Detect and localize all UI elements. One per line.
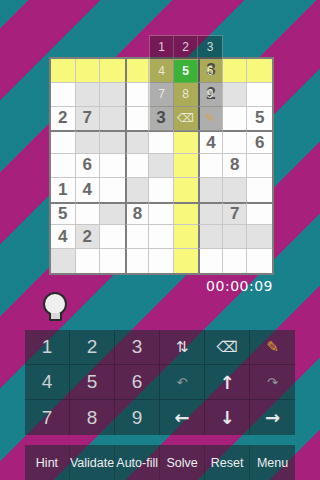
cell-R9C3[interactable] — [100, 249, 125, 273]
cell-R6C2[interactable]: 4 — [76, 178, 101, 202]
cell-R5C8[interactable]: 8 — [223, 154, 248, 178]
key-arrow-up-icon-glyph: ↑ — [219, 372, 234, 393]
given-digit: 2 — [83, 227, 92, 247]
cell-R5C2[interactable]: 6 — [76, 154, 101, 178]
cell-R8C6[interactable] — [174, 225, 199, 249]
key-arrow-down-icon[interactable]: ↓ — [205, 400, 250, 435]
key-1[interactable]: 1 — [25, 330, 70, 365]
cell-R9C1[interactable] — [51, 249, 76, 273]
cell-R1C4[interactable] — [125, 59, 150, 83]
cell-R5C3[interactable] — [100, 154, 125, 178]
bulb-base — [49, 313, 62, 321]
given-digit: 8 — [133, 204, 142, 224]
toolbar: HintValidateAuto-fillSolveResetMenu — [25, 445, 295, 480]
popup-digit-4[interactable]: 4 — [150, 60, 174, 84]
key-pencil-icon-glyph: ✎ — [266, 338, 279, 356]
key-6[interactable]: 6 — [115, 365, 160, 400]
key-5-glyph: 5 — [87, 371, 98, 393]
key-3[interactable]: 3 — [115, 330, 160, 365]
cell-R3C3[interactable] — [100, 107, 125, 131]
number-popup: 123456789⌫✎ — [149, 35, 223, 131]
key-undo-icon-glyph: ↶ — [177, 375, 188, 390]
keypad-grid: 123⇅⌫✎456↶↑↷789←↓→ — [25, 330, 295, 435]
cell-R6C6[interactable] — [174, 178, 199, 202]
key-swap-vertical-icon-glyph: ⇅ — [176, 338, 189, 356]
popup-pencil-icon[interactable]: ✎ — [198, 107, 222, 131]
cell-R2C9[interactable] — [247, 83, 272, 107]
cell-R7C5[interactable] — [149, 202, 174, 226]
key-2-glyph: 2 — [87, 336, 98, 358]
cell-R3C8[interactable] — [223, 107, 248, 131]
cell-R8C8[interactable] — [223, 225, 248, 249]
cell-R9C8[interactable] — [223, 249, 248, 273]
cell-R7C4[interactable]: 8 — [125, 202, 150, 226]
key-3-glyph: 3 — [132, 336, 143, 358]
cell-R3C2[interactable]: 7 — [76, 107, 101, 131]
cell-R1C3[interactable] — [100, 59, 125, 83]
popup-backspace-icon[interactable]: ⌫ — [174, 107, 198, 131]
cell-R9C5[interactable] — [149, 249, 174, 273]
key-redo-icon-glyph: ↷ — [267, 375, 278, 390]
popup-digit-7[interactable]: 7 — [150, 83, 174, 107]
popup-digit-5[interactable]: 5 — [174, 60, 198, 84]
cell-R7C9[interactable] — [247, 202, 272, 226]
cell-R1C9[interactable] — [247, 59, 272, 83]
cell-R8C4[interactable] — [125, 225, 150, 249]
toolbar-menu-button[interactable]: Menu — [250, 445, 295, 480]
given-digit: 1 — [58, 180, 67, 200]
cell-R4C8[interactable] — [223, 130, 248, 154]
app-background: 32273546681458742 123456789⌫✎ 00:00:09 1… — [0, 0, 320, 480]
given-digit: 7 — [83, 108, 92, 128]
cell-R6C5[interactable] — [149, 178, 174, 202]
cell-R2C2[interactable] — [76, 83, 101, 107]
cell-R3C4[interactable] — [125, 107, 150, 131]
cell-R7C2[interactable] — [76, 202, 101, 226]
popup-digit-9[interactable]: 9 — [198, 83, 222, 107]
cell-R7C6[interactable] — [174, 202, 199, 226]
given-digit: 4 — [206, 133, 215, 153]
key-arrow-right-icon[interactable]: → — [250, 400, 295, 435]
popup-digit-6[interactable]: 6 — [198, 60, 222, 84]
cell-R4C1[interactable] — [51, 130, 76, 154]
popup-digit-1[interactable]: 1 — [150, 36, 174, 60]
cell-R6C9[interactable] — [247, 178, 272, 202]
cell-R4C4[interactable] — [125, 130, 150, 154]
given-digit: 4 — [58, 227, 67, 247]
key-5[interactable]: 5 — [70, 365, 115, 400]
hint-bulb-icon[interactable] — [42, 292, 68, 321]
key-8[interactable]: 8 — [70, 400, 115, 435]
cell-R1C8[interactable] — [223, 59, 248, 83]
cell-R5C7[interactable] — [198, 154, 223, 178]
cell-R9C7[interactable] — [198, 249, 223, 273]
cell-R6C4[interactable] — [125, 178, 150, 202]
key-pencil-icon[interactable]: ✎ — [250, 330, 295, 365]
cell-R7C3[interactable] — [100, 202, 125, 226]
cell-R8C1[interactable]: 4 — [51, 225, 76, 249]
cell-R8C2[interactable]: 2 — [76, 225, 101, 249]
key-redo-icon[interactable]: ↷ — [250, 365, 295, 400]
given-digit: 5 — [255, 108, 264, 128]
given-digit: 6 — [83, 155, 92, 175]
given-digit: 5 — [58, 204, 67, 224]
cell-R4C9[interactable]: 6 — [247, 130, 272, 154]
cell-R4C3[interactable] — [100, 130, 125, 154]
cell-R8C9[interactable] — [247, 225, 272, 249]
toolbar-autofill-button[interactable]: Auto-fill — [115, 445, 160, 480]
cell-R9C9[interactable] — [247, 249, 272, 273]
given-digit: 8 — [230, 155, 239, 175]
cell-R9C4[interactable] — [125, 249, 150, 273]
cell-R4C5[interactable] — [149, 130, 174, 154]
toolbar-hint-button[interactable]: Hint — [25, 445, 70, 480]
cell-R8C5[interactable] — [149, 225, 174, 249]
popup-digit-3[interactable]: 3 — [198, 36, 222, 60]
given-digit: 4 — [83, 180, 92, 200]
key-6-glyph: 6 — [132, 371, 143, 393]
cell-R3C1[interactable]: 2 — [51, 107, 76, 131]
cell-R5C4[interactable] — [125, 154, 150, 178]
cell-R1C2[interactable] — [76, 59, 101, 83]
key-4-glyph: 4 — [42, 371, 53, 393]
popup-blank[interactable] — [150, 107, 174, 131]
given-digit: 2 — [58, 108, 67, 128]
cell-R5C5[interactable] — [149, 154, 174, 178]
cell-R5C1[interactable] — [51, 154, 76, 178]
toolbar-reset-button[interactable]: Reset — [205, 445, 250, 480]
key-8-glyph: 8 — [87, 407, 98, 429]
cell-R6C7[interactable] — [198, 178, 223, 202]
cell-R1C1[interactable] — [51, 59, 76, 83]
cell-R6C1[interactable]: 1 — [51, 178, 76, 202]
cell-R9C6[interactable] — [174, 249, 199, 273]
timer: 00:00:09 — [206, 278, 273, 294]
cell-R5C6[interactable] — [174, 154, 199, 178]
cell-R7C7[interactable] — [198, 202, 223, 226]
key-7[interactable]: 7 — [25, 400, 70, 435]
key-arrow-down-icon-glyph: ↓ — [219, 407, 234, 428]
key-9-glyph: 9 — [132, 407, 143, 429]
given-digit: 6 — [255, 133, 264, 153]
toolbar-solve-button[interactable]: Solve — [160, 445, 205, 480]
toolbar-validate-button[interactable]: Validate — [70, 445, 115, 480]
key-1-glyph: 1 — [42, 336, 53, 358]
cell-R7C1[interactable]: 5 — [51, 202, 76, 226]
cell-R8C7[interactable] — [198, 225, 223, 249]
key-4[interactable]: 4 — [25, 365, 70, 400]
cell-R2C8[interactable] — [223, 83, 248, 107]
cell-R2C4[interactable] — [125, 83, 150, 107]
cell-R8C3[interactable] — [100, 225, 125, 249]
popup-digit-2[interactable]: 2 — [174, 36, 198, 60]
key-arrow-left-icon-glyph: ← — [174, 407, 189, 428]
cell-R7C8[interactable]: 7 — [223, 202, 248, 226]
key-undo-icon[interactable]: ↶ — [160, 365, 205, 400]
key-7-glyph: 7 — [42, 407, 53, 429]
cell-R9C2[interactable] — [76, 249, 101, 273]
popup-digit-8[interactable]: 8 — [174, 83, 198, 107]
cell-R2C1[interactable] — [51, 83, 76, 107]
cell-R3C9[interactable]: 5 — [247, 107, 272, 131]
key-arrow-left-icon[interactable]: ← — [160, 400, 205, 435]
key-9[interactable]: 9 — [115, 400, 160, 435]
cell-R5C9[interactable] — [247, 154, 272, 178]
key-backspace-icon-glyph: ⌫ — [216, 338, 237, 356]
key-backspace-icon[interactable]: ⌫ — [205, 330, 250, 365]
cell-R6C3[interactable] — [100, 178, 125, 202]
key-swap-vertical-icon[interactable]: ⇅ — [160, 330, 205, 365]
cell-R2C3[interactable] — [100, 83, 125, 107]
key-arrow-right-icon-glyph: → — [265, 407, 280, 428]
cell-R4C2[interactable] — [76, 130, 101, 154]
cell-R4C7[interactable]: 4 — [198, 130, 223, 154]
cell-R6C8[interactable] — [223, 178, 248, 202]
given-digit: 7 — [230, 204, 239, 224]
cell-R4C6[interactable] — [174, 130, 199, 154]
key-arrow-up-icon[interactable]: ↑ — [205, 365, 250, 400]
key-2[interactable]: 2 — [70, 330, 115, 365]
